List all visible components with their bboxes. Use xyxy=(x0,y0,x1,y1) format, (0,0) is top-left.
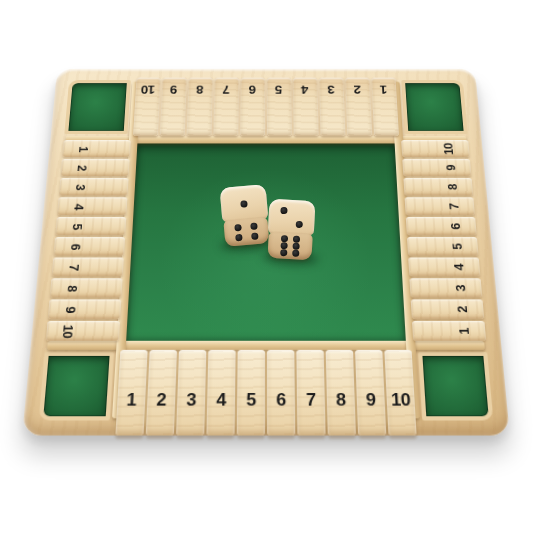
tile-right-10[interactable]: 10 xyxy=(401,140,470,157)
tile-number: 7 xyxy=(447,203,460,209)
die-1-front-face xyxy=(223,217,269,247)
tile-bottom-8[interactable]: 8 xyxy=(326,350,356,436)
tile-number: 9 xyxy=(171,84,178,95)
tile-top-3[interactable]: 3 xyxy=(319,78,345,136)
tile-left-1[interactable]: 1 xyxy=(62,140,131,157)
felt-corner-bottom-right xyxy=(418,352,493,421)
tile-number: 7 xyxy=(223,84,230,95)
tile-number: 3 xyxy=(453,285,467,291)
tile-bottom-7[interactable]: 7 xyxy=(296,350,325,436)
tile-right-8[interactable]: 8 xyxy=(403,178,473,196)
tile-left-7[interactable]: 7 xyxy=(52,257,124,276)
felt-corner-top-right xyxy=(401,80,467,134)
tile-bottom-9[interactable]: 9 xyxy=(355,350,386,436)
tile-left-10[interactable]: 10 xyxy=(46,321,120,341)
tile-bottom-2[interactable]: 2 xyxy=(146,350,177,436)
tile-top-1[interactable]: 1 xyxy=(371,78,399,136)
die-pip xyxy=(234,224,242,232)
tile-number: 6 xyxy=(69,243,83,249)
tile-number: 10 xyxy=(391,390,411,408)
tile-number: 1 xyxy=(380,84,387,95)
tile-number: 2 xyxy=(75,165,88,171)
tile-top-7[interactable]: 7 xyxy=(213,78,239,136)
tile-number: 8 xyxy=(65,285,79,291)
die-pip xyxy=(280,249,287,256)
tile-number: 8 xyxy=(336,390,346,408)
tile-number: 4 xyxy=(216,390,226,408)
die-pip xyxy=(295,221,302,228)
tile-right-6[interactable]: 6 xyxy=(406,217,477,235)
tile-number: 10 xyxy=(442,143,455,154)
tile-top-8[interactable]: 8 xyxy=(187,78,213,136)
tile-right-5[interactable]: 5 xyxy=(407,237,479,256)
die-pip xyxy=(280,207,287,214)
tile-left-3[interactable]: 3 xyxy=(59,178,129,196)
tile-number: 3 xyxy=(328,84,335,95)
tile-right-7[interactable]: 7 xyxy=(405,197,475,215)
tile-top-2[interactable]: 2 xyxy=(345,78,372,136)
die-2-top-face xyxy=(268,199,316,236)
tile-top-4[interactable]: 4 xyxy=(293,78,319,136)
tile-number: 5 xyxy=(450,243,464,249)
die-pip xyxy=(235,234,243,242)
product-photo-stage: 10987654321 12345678910 12345678910 1098… xyxy=(0,0,533,533)
die-pip xyxy=(250,222,258,230)
tile-number: 6 xyxy=(448,223,461,229)
tile-right-9[interactable]: 9 xyxy=(402,159,471,176)
tile-top-6[interactable]: 6 xyxy=(240,78,265,136)
tile-number: 6 xyxy=(249,84,256,95)
tile-number: 5 xyxy=(276,84,283,95)
tile-number: 5 xyxy=(70,223,83,229)
die-pip xyxy=(251,233,259,241)
tile-right-2[interactable]: 2 xyxy=(411,299,485,319)
tile-number: 9 xyxy=(366,390,376,408)
tile-number: 1 xyxy=(77,146,90,152)
tile-number: 9 xyxy=(63,306,77,313)
tile-number: 5 xyxy=(246,390,256,408)
die-2-front-face xyxy=(267,232,312,260)
tile-number: 7 xyxy=(306,390,316,408)
tile-row-bottom: 12345678910 xyxy=(115,350,421,436)
tile-left-4[interactable]: 4 xyxy=(57,197,127,215)
tile-right-4[interactable]: 4 xyxy=(408,257,480,276)
tile-number: 7 xyxy=(67,264,81,270)
tile-left-6[interactable]: 6 xyxy=(53,237,125,256)
tile-number: 8 xyxy=(197,84,204,95)
tile-number: 1 xyxy=(126,390,137,408)
pivot-rail-bottom xyxy=(47,341,485,350)
felt-corner-top-left xyxy=(64,80,130,134)
tile-number: 1 xyxy=(456,327,470,334)
tile-number: 2 xyxy=(156,390,166,408)
felt-corner-bottom-left xyxy=(39,352,114,421)
tile-bottom-4[interactable]: 4 xyxy=(206,350,235,436)
tile-left-5[interactable]: 5 xyxy=(55,217,126,235)
tile-bottom-6[interactable]: 6 xyxy=(267,350,295,436)
tile-row-top: 10987654321 xyxy=(133,78,403,136)
die-pip xyxy=(240,200,248,208)
tile-number: 2 xyxy=(455,306,469,313)
tile-number: 9 xyxy=(444,165,457,171)
tile-number: 10 xyxy=(141,84,155,95)
tile-number: 2 xyxy=(354,84,361,95)
tile-left-2[interactable]: 2 xyxy=(61,159,130,176)
tile-number: 4 xyxy=(451,264,465,270)
tile-number: 6 xyxy=(276,390,286,408)
tile-number: 4 xyxy=(72,203,85,209)
tile-right-1[interactable]: 1 xyxy=(412,321,486,341)
die-2[interactable] xyxy=(266,199,315,260)
die-1[interactable] xyxy=(220,184,271,247)
tile-top-9[interactable]: 9 xyxy=(160,78,187,136)
tile-right-3[interactable]: 3 xyxy=(409,278,482,297)
tile-left-9[interactable]: 9 xyxy=(48,299,122,319)
tile-top-10[interactable]: 10 xyxy=(133,78,161,136)
tile-number: 3 xyxy=(186,390,196,408)
tile-bottom-1[interactable]: 1 xyxy=(115,350,147,436)
die-pip xyxy=(292,249,299,256)
tile-left-8[interactable]: 8 xyxy=(50,278,123,297)
tile-bottom-5[interactable]: 5 xyxy=(237,350,265,436)
tile-bottom-10[interactable]: 10 xyxy=(384,350,416,436)
tile-number: 4 xyxy=(302,84,309,95)
tile-bottom-3[interactable]: 3 xyxy=(176,350,206,436)
tile-number: 8 xyxy=(445,184,458,190)
tile-number: 3 xyxy=(74,184,87,190)
tile-top-5[interactable]: 5 xyxy=(267,78,292,136)
tile-number: 10 xyxy=(61,324,76,337)
